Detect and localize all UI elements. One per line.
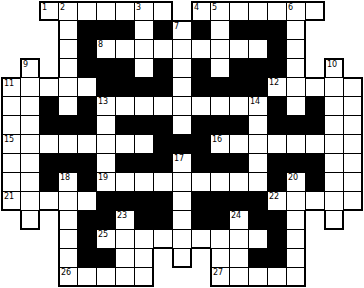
white-cell-r4c17[interactable] bbox=[324, 77, 344, 97]
black-cell-r2c4 bbox=[77, 39, 97, 59]
white-cell-r9c11[interactable] bbox=[210, 172, 230, 192]
white-cell-r2c13[interactable] bbox=[248, 39, 268, 59]
black-cell-r10c11 bbox=[210, 191, 230, 211]
white-cell-r9c7[interactable] bbox=[134, 172, 154, 192]
white-cell-r7c16[interactable] bbox=[305, 134, 325, 154]
white-cell-r12c6[interactable] bbox=[115, 229, 135, 249]
clue-number-7: 7 bbox=[174, 22, 179, 31]
white-cell-r3c9[interactable] bbox=[172, 58, 192, 78]
white-cell-r0c7[interactable]: 3 bbox=[134, 1, 154, 21]
white-cell-r10c0[interactable]: 21 bbox=[1, 191, 21, 211]
white-cell-r0c14[interactable] bbox=[267, 1, 287, 21]
white-cell-r13c12[interactable] bbox=[229, 248, 249, 268]
white-cell-r9c17[interactable] bbox=[324, 172, 344, 192]
black-cell-r5c16 bbox=[305, 96, 325, 116]
white-cell-r5c13[interactable]: 14 bbox=[248, 96, 268, 116]
white-cell-r12c13[interactable] bbox=[248, 229, 268, 249]
white-cell-r12c8[interactable] bbox=[153, 229, 173, 249]
black-cell-r3c12 bbox=[229, 58, 249, 78]
white-cell-r2c8[interactable] bbox=[153, 39, 173, 59]
white-cell-r11c12[interactable]: 24 bbox=[229, 210, 249, 230]
white-cell-r10c3[interactable] bbox=[58, 191, 78, 211]
black-cell-r11c4 bbox=[77, 210, 97, 230]
white-cell-r0c6[interactable] bbox=[115, 1, 135, 21]
black-cell-r6c16 bbox=[305, 115, 325, 135]
white-cell-r10c14[interactable]: 22 bbox=[267, 191, 287, 211]
white-cell-r1c15[interactable] bbox=[286, 20, 306, 40]
white-cell-r9c12[interactable] bbox=[229, 172, 249, 192]
black-cell-r13c5 bbox=[96, 248, 116, 268]
white-cell-r7c0[interactable]: 15 bbox=[1, 134, 21, 154]
white-cell-r3c3[interactable] bbox=[58, 58, 78, 78]
white-cell-r5c11[interactable] bbox=[210, 96, 230, 116]
white-cell-r14c12[interactable] bbox=[229, 267, 249, 287]
white-cell-r2c3[interactable] bbox=[58, 39, 78, 59]
white-cell-r12c12[interactable] bbox=[229, 229, 249, 249]
black-cell-r6c4 bbox=[77, 115, 97, 135]
white-cell-r13c9[interactable] bbox=[172, 248, 192, 268]
white-cell-r13c6[interactable] bbox=[115, 248, 135, 268]
white-cell-r12c5[interactable]: 25 bbox=[96, 229, 116, 249]
white-cell-r14c3[interactable]: 26 bbox=[58, 267, 78, 287]
white-cell-r6c0[interactable] bbox=[1, 115, 21, 135]
white-cell-r10c16[interactable] bbox=[305, 191, 325, 211]
clue-number-26: 26 bbox=[61, 268, 71, 277]
clue-number-9: 9 bbox=[23, 60, 28, 69]
white-cell-r2c7[interactable] bbox=[134, 39, 154, 59]
black-cell-r6c12 bbox=[229, 115, 249, 135]
white-cell-r7c6[interactable] bbox=[115, 134, 135, 154]
white-cell-r7c13[interactable] bbox=[248, 134, 268, 154]
black-cell-r10c13 bbox=[248, 191, 268, 211]
white-cell-r5c6[interactable] bbox=[115, 96, 135, 116]
white-cell-r10c15[interactable] bbox=[286, 191, 306, 211]
white-cell-r5c5[interactable]: 13 bbox=[96, 96, 116, 116]
white-cell-r0c10[interactable]: 4 bbox=[191, 1, 211, 21]
white-cell-r5c0[interactable] bbox=[1, 96, 21, 116]
clue-number-27: 27 bbox=[213, 268, 223, 277]
white-cell-r9c1[interactable] bbox=[20, 172, 40, 192]
white-cell-r4c14[interactable]: 12 bbox=[267, 77, 287, 97]
white-cell-r0c2[interactable]: 1 bbox=[39, 1, 59, 21]
clue-number-10: 10 bbox=[327, 60, 337, 69]
black-cell-r4c12 bbox=[229, 77, 249, 97]
clue-number-19: 19 bbox=[98, 173, 108, 182]
white-cell-r4c18[interactable] bbox=[343, 77, 363, 97]
white-cell-r8c0[interactable] bbox=[1, 153, 21, 173]
white-cell-r10c2[interactable] bbox=[39, 191, 59, 211]
white-cell-r7c5[interactable] bbox=[96, 134, 116, 154]
clue-number-22: 22 bbox=[269, 192, 279, 201]
black-cell-r5c4 bbox=[77, 96, 97, 116]
black-cell-r11c5 bbox=[96, 210, 116, 230]
white-cell-r1c7[interactable] bbox=[134, 20, 154, 40]
black-cell-r5c14 bbox=[267, 96, 287, 116]
white-cell-r9c8[interactable] bbox=[153, 172, 173, 192]
black-cell-r1c4 bbox=[77, 20, 97, 40]
white-cell-r6c17[interactable] bbox=[324, 115, 344, 135]
white-cell-r6c9[interactable] bbox=[172, 115, 192, 135]
black-cell-r9c14 bbox=[267, 172, 287, 192]
white-cell-r9c10[interactable] bbox=[191, 172, 211, 192]
white-cell-r2c11[interactable] bbox=[210, 39, 230, 59]
white-cell-r4c16[interactable] bbox=[305, 77, 325, 97]
clue-number-13: 13 bbox=[98, 97, 108, 106]
white-cell-r0c15[interactable]: 6 bbox=[286, 1, 306, 21]
black-cell-r8c10 bbox=[191, 153, 211, 173]
white-cell-r7c12[interactable] bbox=[229, 134, 249, 154]
clue-number-12: 12 bbox=[269, 78, 279, 87]
clue-number-18: 18 bbox=[60, 173, 70, 182]
white-cell-r0c13[interactable] bbox=[248, 1, 268, 21]
black-cell-r3c14 bbox=[267, 58, 287, 78]
white-cell-r1c3[interactable] bbox=[58, 20, 78, 40]
clue-number-25: 25 bbox=[98, 230, 108, 239]
black-cell-r10c8 bbox=[153, 191, 173, 211]
white-cell-r0c12[interactable] bbox=[229, 1, 249, 21]
white-cell-r13c7[interactable] bbox=[134, 248, 154, 268]
black-cell-r11c10 bbox=[191, 210, 211, 230]
white-cell-r5c17[interactable] bbox=[324, 96, 344, 116]
black-cell-r4c6 bbox=[115, 77, 135, 97]
black-cell-r8c8 bbox=[153, 153, 173, 173]
white-cell-r10c18[interactable] bbox=[343, 191, 363, 211]
white-cell-r8c17[interactable] bbox=[324, 153, 344, 173]
black-cell-r6c6 bbox=[115, 115, 135, 135]
white-cell-r8c1[interactable] bbox=[20, 153, 40, 173]
clue-number-15: 15 bbox=[4, 135, 14, 144]
white-cell-r1c9[interactable]: 7 bbox=[172, 20, 192, 40]
white-cell-r7c14[interactable] bbox=[267, 134, 287, 154]
black-cell-r8c6 bbox=[115, 153, 135, 173]
white-cell-r9c3[interactable]: 18 bbox=[58, 172, 78, 192]
black-cell-r10c12 bbox=[229, 191, 249, 211]
black-cell-r6c2 bbox=[39, 115, 59, 135]
clue-number-1: 1 bbox=[42, 3, 47, 12]
white-cell-r10c1[interactable] bbox=[20, 191, 40, 211]
black-cell-r10c10 bbox=[191, 191, 211, 211]
white-cell-r3c11[interactable] bbox=[210, 58, 230, 78]
white-cell-r0c5[interactable] bbox=[96, 1, 116, 21]
black-cell-r6c8 bbox=[153, 115, 173, 135]
clue-number-17: 17 bbox=[174, 154, 184, 163]
black-cell-r8c3 bbox=[58, 153, 78, 173]
black-cell-r9c4 bbox=[77, 172, 97, 192]
white-cell-r4c0[interactable]: 11 bbox=[1, 77, 21, 97]
black-cell-r9c2 bbox=[39, 172, 59, 192]
white-cell-r9c0[interactable] bbox=[1, 172, 21, 192]
white-cell-r4c15[interactable] bbox=[286, 77, 306, 97]
white-cell-r7c1[interactable] bbox=[20, 134, 40, 154]
white-cell-r14c5[interactable] bbox=[96, 267, 116, 287]
white-cell-r4c4[interactable] bbox=[77, 77, 97, 97]
white-cell-r5c15[interactable] bbox=[286, 96, 306, 116]
black-cell-r11c14 bbox=[267, 210, 287, 230]
white-cell-r4c9[interactable] bbox=[172, 77, 192, 97]
white-cell-r0c16[interactable] bbox=[305, 1, 325, 21]
white-cell-r6c13[interactable] bbox=[248, 115, 268, 135]
black-cell-r8c14 bbox=[267, 153, 287, 173]
black-cell-r1c10 bbox=[191, 20, 211, 40]
white-cell-r2c6[interactable] bbox=[115, 39, 135, 59]
black-cell-r2c14 bbox=[267, 39, 287, 59]
black-cell-r6c11 bbox=[210, 115, 230, 135]
black-cell-r3c10 bbox=[191, 58, 211, 78]
white-cell-r5c18[interactable] bbox=[343, 96, 363, 116]
white-cell-r12c15[interactable] bbox=[286, 229, 306, 249]
white-cell-r5c9[interactable] bbox=[172, 96, 192, 116]
white-cell-r11c15[interactable] bbox=[286, 210, 306, 230]
white-cell-r9c5[interactable]: 19 bbox=[96, 172, 116, 192]
white-cell-r5c10[interactable] bbox=[191, 96, 211, 116]
clue-number-2: 2 bbox=[60, 3, 65, 12]
black-cell-r10c6 bbox=[115, 191, 135, 211]
crossword-board: 1234567891011121314151617181920212223242… bbox=[1, 1, 362, 286]
white-cell-r14c6[interactable] bbox=[115, 267, 135, 287]
black-cell-r1c8 bbox=[153, 20, 173, 40]
white-cell-r7c18[interactable] bbox=[343, 134, 363, 154]
white-cell-r8c13[interactable] bbox=[248, 153, 268, 173]
black-cell-r8c7 bbox=[134, 153, 154, 173]
clue-number-6: 6 bbox=[288, 3, 293, 12]
black-cell-r3c4 bbox=[77, 58, 97, 78]
white-cell-r0c8[interactable] bbox=[153, 1, 173, 21]
black-cell-r3c5 bbox=[96, 58, 116, 78]
white-cell-r14c13[interactable] bbox=[248, 267, 268, 287]
white-cell-r6c1[interactable] bbox=[20, 115, 40, 135]
white-cell-r9c13[interactable] bbox=[248, 172, 268, 192]
black-cell-r13c4 bbox=[77, 248, 97, 268]
white-cell-r11c17[interactable] bbox=[324, 210, 344, 230]
white-cell-r14c7[interactable] bbox=[134, 267, 154, 287]
clue-number-23: 23 bbox=[117, 211, 127, 220]
clue-number-14: 14 bbox=[250, 97, 260, 106]
white-cell-r10c17[interactable] bbox=[324, 191, 344, 211]
white-cell-r8c5[interactable] bbox=[96, 153, 116, 173]
clue-number-8: 8 bbox=[98, 40, 103, 49]
black-cell-r13c14 bbox=[267, 248, 287, 268]
clue-number-16: 16 bbox=[212, 135, 222, 144]
black-cell-r1c13 bbox=[248, 20, 268, 40]
black-cell-r11c8 bbox=[153, 210, 173, 230]
white-cell-r12c3[interactable] bbox=[58, 229, 78, 249]
black-cell-r8c4 bbox=[77, 153, 97, 173]
black-cell-r1c6 bbox=[115, 20, 135, 40]
white-cell-r5c7[interactable] bbox=[134, 96, 154, 116]
white-cell-r12c7[interactable] bbox=[134, 229, 154, 249]
white-cell-r8c18[interactable] bbox=[343, 153, 363, 173]
white-cell-r6c18[interactable] bbox=[343, 115, 363, 135]
white-cell-r7c17[interactable] bbox=[324, 134, 344, 154]
white-cell-r8c9[interactable]: 17 bbox=[172, 153, 192, 173]
black-cell-r8c11 bbox=[210, 153, 230, 173]
white-cell-r5c12[interactable] bbox=[229, 96, 249, 116]
clue-number-11: 11 bbox=[4, 79, 14, 88]
black-cell-r11c7 bbox=[134, 210, 154, 230]
clue-number-20: 20 bbox=[288, 173, 298, 182]
white-cell-r9c9[interactable] bbox=[172, 172, 192, 192]
white-cell-r5c1[interactable] bbox=[20, 96, 40, 116]
white-cell-r3c15[interactable] bbox=[286, 58, 306, 78]
white-cell-r7c15[interactable] bbox=[286, 134, 306, 154]
black-cell-r4c11 bbox=[210, 77, 230, 97]
black-cell-r8c15 bbox=[286, 153, 306, 173]
white-cell-r1c11[interactable] bbox=[210, 20, 230, 40]
clue-number-5: 5 bbox=[212, 3, 217, 12]
white-cell-r12c10[interactable] bbox=[191, 229, 211, 249]
white-cell-r11c9[interactable] bbox=[172, 210, 192, 230]
black-cell-r1c12 bbox=[229, 20, 249, 40]
black-cell-r6c3 bbox=[58, 115, 78, 135]
white-cell-r4c1[interactable] bbox=[20, 77, 40, 97]
white-cell-r11c1[interactable] bbox=[20, 210, 40, 230]
white-cell-r7c4[interactable] bbox=[77, 134, 97, 154]
white-cell-r2c5[interactable]: 8 bbox=[96, 39, 116, 59]
white-cell-r5c3[interactable] bbox=[58, 96, 78, 116]
white-cell-r14c4[interactable] bbox=[77, 267, 97, 287]
white-cell-r5c8[interactable] bbox=[153, 96, 173, 116]
white-cell-r14c14[interactable] bbox=[267, 267, 287, 287]
black-cell-r7c10 bbox=[191, 134, 211, 154]
white-cell-r2c9[interactable] bbox=[172, 39, 192, 59]
black-cell-r6c14 bbox=[267, 115, 287, 135]
black-cell-r4c13 bbox=[248, 77, 268, 97]
white-cell-r0c4[interactable] bbox=[77, 1, 97, 21]
white-cell-r6c5[interactable] bbox=[96, 115, 116, 135]
white-cell-r3c7[interactable] bbox=[134, 58, 154, 78]
black-cell-r6c10 bbox=[191, 115, 211, 135]
white-cell-r2c10[interactable] bbox=[191, 39, 211, 59]
white-cell-r3c1[interactable]: 9 bbox=[20, 58, 40, 78]
white-cell-r14c11[interactable]: 27 bbox=[210, 267, 230, 287]
black-cell-r4c10 bbox=[191, 77, 211, 97]
black-cell-r10c7 bbox=[134, 191, 154, 211]
black-cell-r13c13 bbox=[248, 248, 268, 268]
white-cell-r11c3[interactable] bbox=[58, 210, 78, 230]
black-cell-r8c12 bbox=[229, 153, 249, 173]
black-cell-r11c11 bbox=[210, 210, 230, 230]
black-cell-r3c8 bbox=[153, 58, 173, 78]
white-cell-r0c11[interactable]: 5 bbox=[210, 1, 230, 21]
white-cell-r7c11[interactable]: 16 bbox=[210, 134, 230, 154]
clue-number-4: 4 bbox=[194, 3, 199, 12]
black-cell-r5c2 bbox=[39, 96, 59, 116]
black-cell-r4c8 bbox=[153, 77, 173, 97]
white-cell-r13c15[interactable] bbox=[286, 248, 306, 268]
black-cell-r1c14 bbox=[267, 20, 287, 40]
black-cell-r12c14 bbox=[267, 229, 287, 249]
black-cell-r7c9 bbox=[172, 134, 192, 154]
black-cell-r8c16 bbox=[305, 153, 325, 173]
clue-number-24: 24 bbox=[231, 211, 241, 220]
black-cell-r6c15 bbox=[286, 115, 306, 135]
white-cell-r10c9[interactable] bbox=[172, 191, 192, 211]
black-cell-r11c13 bbox=[248, 210, 268, 230]
white-cell-r4c3[interactable] bbox=[58, 77, 78, 97]
black-cell-r8c2 bbox=[39, 153, 59, 173]
white-cell-r12c11[interactable] bbox=[210, 229, 230, 249]
white-cell-r9c18[interactable] bbox=[343, 172, 363, 192]
black-cell-r1c5 bbox=[96, 20, 116, 40]
white-cell-r11c6[interactable]: 23 bbox=[115, 210, 135, 230]
white-cell-r2c12[interactable] bbox=[229, 39, 249, 59]
white-cell-r0c3[interactable]: 2 bbox=[58, 1, 78, 21]
black-cell-r3c6 bbox=[115, 58, 135, 78]
white-cell-r9c6[interactable] bbox=[115, 172, 135, 192]
white-cell-r14c15[interactable] bbox=[286, 267, 306, 287]
white-cell-r2c15[interactable] bbox=[286, 39, 306, 59]
white-cell-r7c3[interactable] bbox=[58, 134, 78, 154]
white-cell-r3c17[interactable]: 10 bbox=[324, 58, 344, 78]
white-cell-r9c15[interactable]: 20 bbox=[286, 172, 306, 192]
white-cell-r13c11[interactable] bbox=[210, 248, 230, 268]
white-cell-r10c4[interactable] bbox=[77, 191, 97, 211]
black-cell-r9c16 bbox=[305, 172, 325, 192]
white-cell-r13c3[interactable] bbox=[58, 248, 78, 268]
clue-number-21: 21 bbox=[4, 192, 14, 201]
white-cell-r4c2[interactable] bbox=[39, 77, 59, 97]
black-cell-r3c13 bbox=[248, 58, 268, 78]
black-cell-r4c7 bbox=[134, 77, 154, 97]
white-cell-r7c2[interactable] bbox=[39, 134, 59, 154]
black-cell-r10c5 bbox=[96, 191, 116, 211]
black-cell-r6c7 bbox=[134, 115, 154, 135]
white-cell-r12c9[interactable] bbox=[172, 229, 192, 249]
white-cell-r7c7[interactable] bbox=[134, 134, 154, 154]
black-cell-r12c4 bbox=[77, 229, 97, 249]
black-cell-r7c8 bbox=[153, 134, 173, 154]
clue-number-3: 3 bbox=[136, 3, 141, 12]
black-cell-r4c5 bbox=[96, 77, 116, 97]
